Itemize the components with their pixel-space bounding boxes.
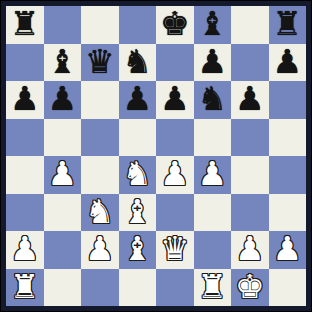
piece-black-pawn[interactable]: ♟: [197, 44, 227, 81]
square-d4[interactable]: ♞: [119, 156, 157, 194]
square-b7[interactable]: ♝: [44, 44, 82, 82]
square-e1[interactable]: [156, 269, 194, 307]
piece-white-queen[interactable]: ♛: [160, 231, 190, 268]
piece-black-pawn[interactable]: ♟: [235, 81, 265, 118]
square-c7[interactable]: ♛: [81, 44, 119, 82]
square-e3[interactable]: [156, 194, 194, 232]
square-h3[interactable]: [269, 194, 307, 232]
square-e2[interactable]: ♛: [156, 231, 194, 269]
square-d3[interactable]: ♝: [119, 194, 157, 232]
square-e7[interactable]: [156, 44, 194, 82]
square-f8[interactable]: ♝: [194, 6, 232, 44]
square-d7[interactable]: ♞: [119, 44, 157, 82]
piece-black-pawn[interactable]: ♟: [160, 81, 190, 118]
piece-black-pawn[interactable]: ♟: [122, 81, 152, 118]
square-g7[interactable]: [231, 44, 269, 82]
square-f2[interactable]: [194, 231, 232, 269]
piece-black-bishop[interactable]: ♝: [47, 44, 77, 81]
square-b5[interactable]: [44, 119, 82, 157]
square-b6[interactable]: ♟: [44, 81, 82, 119]
square-b2[interactable]: [44, 231, 82, 269]
square-e8[interactable]: ♚: [156, 6, 194, 44]
piece-black-pawn[interactable]: ♟: [10, 81, 40, 118]
square-a7[interactable]: [6, 44, 44, 82]
square-c4[interactable]: [81, 156, 119, 194]
square-g2[interactable]: ♟: [231, 231, 269, 269]
piece-white-pawn[interactable]: ♟: [197, 156, 227, 193]
square-h4[interactable]: [269, 156, 307, 194]
piece-white-rook[interactable]: ♜: [197, 269, 227, 306]
chess-board: ♜♚♝♜♝♛♞♟♟♟♟♟♟♞♟♟♞♟♟♞♝♟♟♝♛♟♟♜♜♚: [6, 6, 306, 306]
square-e4[interactable]: ♟: [156, 156, 194, 194]
piece-white-pawn[interactable]: ♟: [235, 231, 265, 268]
square-g4[interactable]: [231, 156, 269, 194]
piece-black-king[interactable]: ♚: [160, 6, 190, 43]
square-f4[interactable]: ♟: [194, 156, 232, 194]
square-e6[interactable]: ♟: [156, 81, 194, 119]
square-h8[interactable]: ♜: [269, 6, 307, 44]
square-h6[interactable]: [269, 81, 307, 119]
square-h5[interactable]: [269, 119, 307, 157]
square-a6[interactable]: ♟: [6, 81, 44, 119]
square-a1[interactable]: ♜: [6, 269, 44, 307]
square-d2[interactable]: ♝: [119, 231, 157, 269]
square-d5[interactable]: [119, 119, 157, 157]
square-c3[interactable]: ♞: [81, 194, 119, 232]
piece-white-pawn[interactable]: ♟: [272, 231, 302, 268]
chess-app-window: ♜♚♝♜♝♛♞♟♟♟♟♟♟♞♟♟♞♟♟♞♝♟♟♝♛♟♟♜♜♚: [0, 0, 312, 312]
piece-white-knight[interactable]: ♞: [122, 156, 152, 193]
square-a5[interactable]: [6, 119, 44, 157]
piece-black-pawn[interactable]: ♟: [272, 44, 302, 81]
square-g3[interactable]: [231, 194, 269, 232]
square-g8[interactable]: [231, 6, 269, 44]
square-c6[interactable]: [81, 81, 119, 119]
piece-black-queen[interactable]: ♛: [85, 44, 115, 81]
piece-white-rook[interactable]: ♜: [10, 269, 40, 306]
square-g1[interactable]: ♚: [231, 269, 269, 307]
square-b1[interactable]: [44, 269, 82, 307]
square-h7[interactable]: ♟: [269, 44, 307, 82]
square-c1[interactable]: [81, 269, 119, 307]
piece-white-bishop[interactable]: ♝: [122, 231, 152, 268]
square-a4[interactable]: [6, 156, 44, 194]
piece-white-king[interactable]: ♚: [235, 269, 265, 306]
square-a2[interactable]: ♟: [6, 231, 44, 269]
square-b4[interactable]: ♟: [44, 156, 82, 194]
square-f6[interactable]: ♞: [194, 81, 232, 119]
piece-black-rook[interactable]: ♜: [272, 6, 302, 43]
square-f1[interactable]: ♜: [194, 269, 232, 307]
piece-white-pawn[interactable]: ♟: [85, 231, 115, 268]
square-c2[interactable]: ♟: [81, 231, 119, 269]
piece-black-bishop[interactable]: ♝: [197, 6, 227, 43]
square-f7[interactable]: ♟: [194, 44, 232, 82]
square-d6[interactable]: ♟: [119, 81, 157, 119]
square-f3[interactable]: [194, 194, 232, 232]
square-e5[interactable]: [156, 119, 194, 157]
square-g6[interactable]: ♟: [231, 81, 269, 119]
square-g5[interactable]: [231, 119, 269, 157]
square-a3[interactable]: [6, 194, 44, 232]
square-h2[interactable]: ♟: [269, 231, 307, 269]
piece-white-pawn[interactable]: ♟: [10, 231, 40, 268]
piece-black-knight[interactable]: ♞: [197, 81, 227, 118]
square-b8[interactable]: [44, 6, 82, 44]
piece-black-pawn[interactable]: ♟: [47, 81, 77, 118]
square-f5[interactable]: [194, 119, 232, 157]
square-d1[interactable]: [119, 269, 157, 307]
square-c5[interactable]: [81, 119, 119, 157]
piece-white-pawn[interactable]: ♟: [160, 156, 190, 193]
square-c8[interactable]: [81, 6, 119, 44]
square-a8[interactable]: ♜: [6, 6, 44, 44]
piece-white-bishop[interactable]: ♝: [122, 194, 152, 231]
piece-black-knight[interactable]: ♞: [122, 44, 152, 81]
piece-black-rook[interactable]: ♜: [10, 6, 40, 43]
piece-white-knight[interactable]: ♞: [85, 194, 115, 231]
piece-white-pawn[interactable]: ♟: [47, 156, 77, 193]
square-h1[interactable]: [269, 269, 307, 307]
square-b3[interactable]: [44, 194, 82, 232]
square-d8[interactable]: [119, 6, 157, 44]
